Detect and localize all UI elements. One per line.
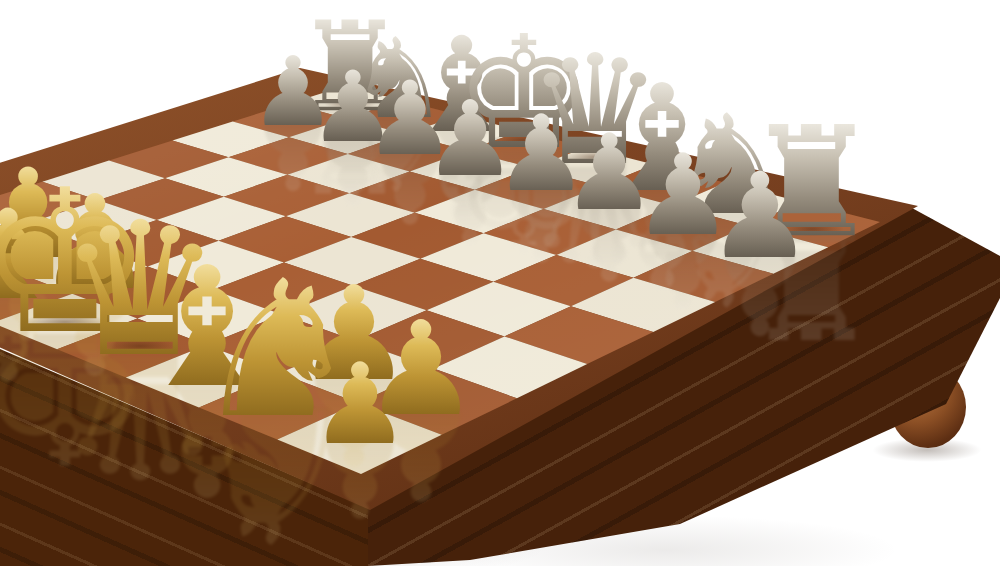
piece-white-pawn-a2[interactable]: ♟: [707, 157, 813, 275]
chess-set-photo: ♜♜♞♞♟♟♝♝♟♟♚♚♟♟♛♛♟♟♝♝♟♟♟♟♞♞♜♜♟♟♟♟♟♟♟♟♝♝♚♚…: [0, 0, 1000, 566]
piece-black-pawn-a8[interactable]: ♟: [310, 348, 410, 460]
pieces-layer: ♜♜♞♞♟♟♝♝♟♟♚♚♟♟♛♛♟♟♝♝♟♟♟♟♞♞♜♜♟♟♟♟♟♟♟♟♝♝♚♚…: [0, 0, 1000, 566]
